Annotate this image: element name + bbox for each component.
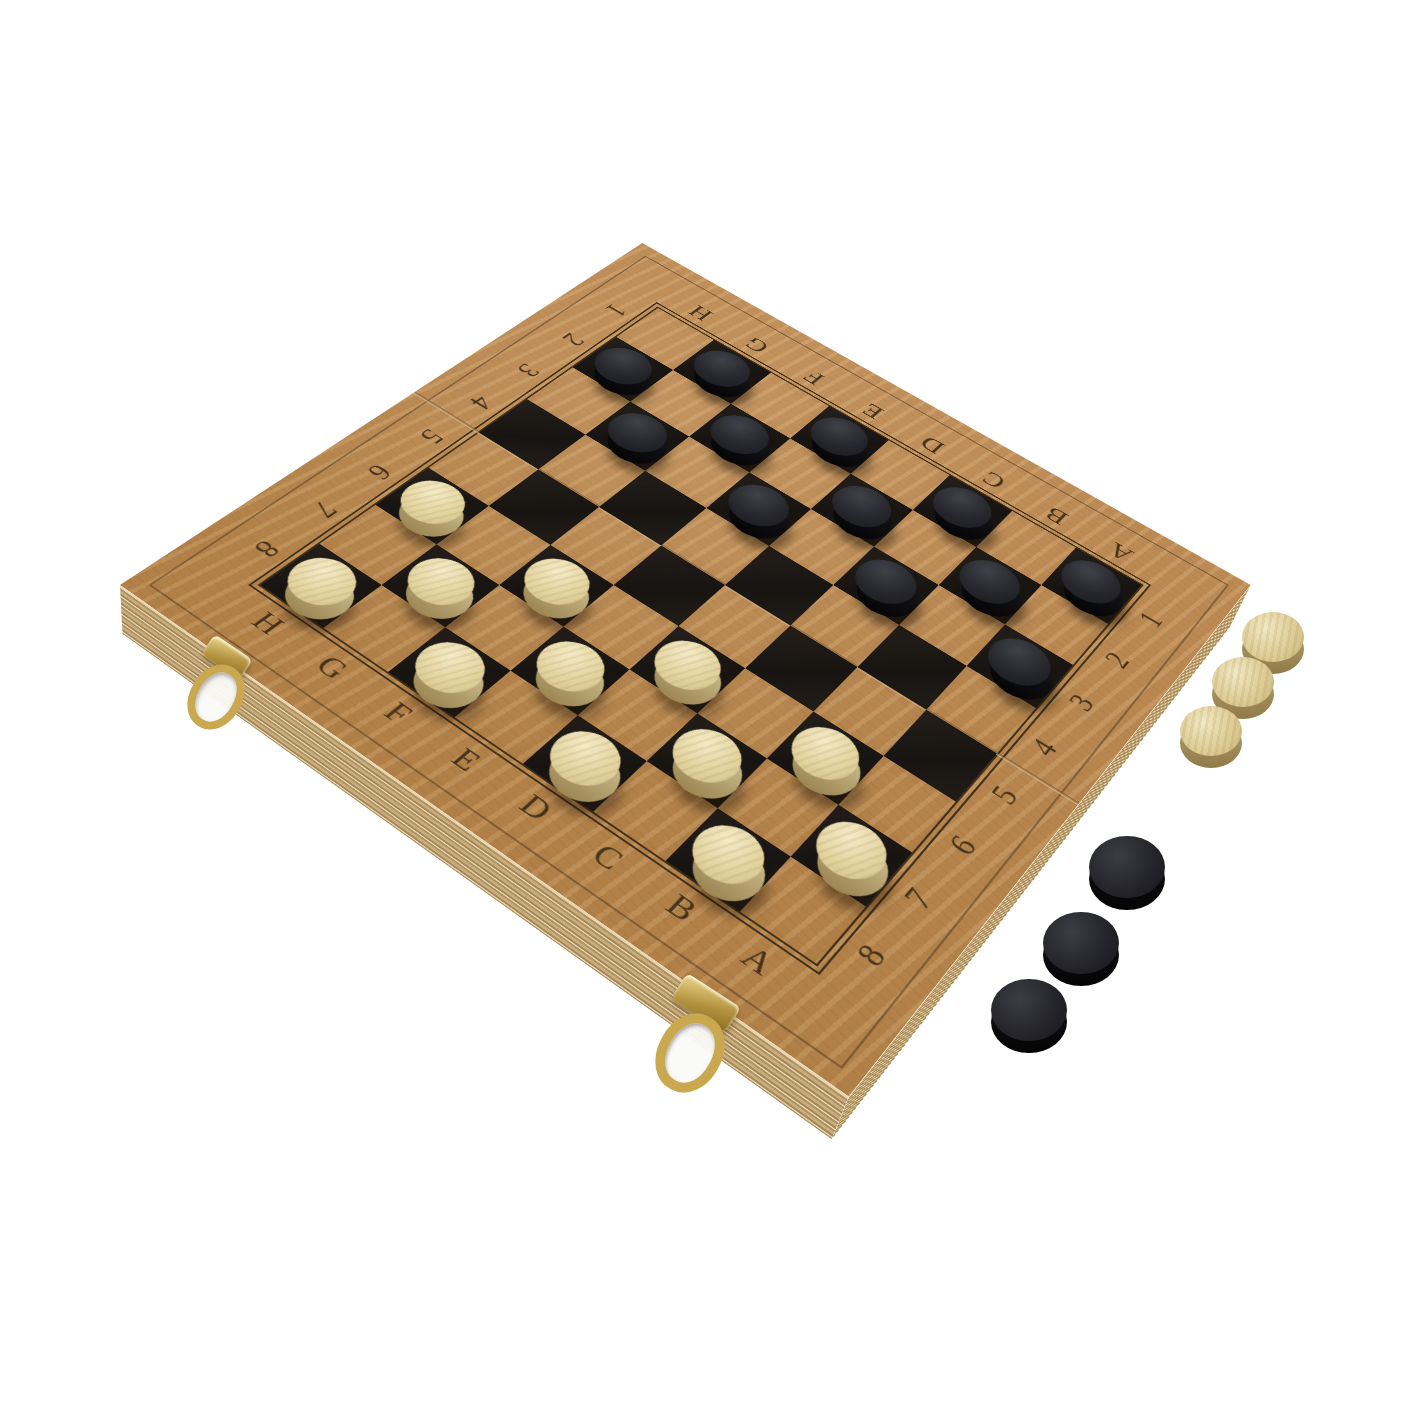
square-e6[interactable] xyxy=(564,585,679,669)
square-f6[interactable] xyxy=(499,545,613,627)
square-d5[interactable] xyxy=(679,585,791,668)
checker-light-c7[interactable] xyxy=(659,722,755,798)
rank-label-right-4: 4 xyxy=(1004,712,1084,783)
rank-label-right-8: 8 xyxy=(824,912,917,1000)
checker-light-e7[interactable] xyxy=(523,635,618,706)
rank-label-right-5-text: 5 xyxy=(986,780,1025,809)
square-a4[interactable] xyxy=(926,666,1036,754)
file-label-bottom-b-text: B xyxy=(660,889,703,927)
rank-label-right-3: 3 xyxy=(1043,669,1120,737)
rank-label-right-7: 7 xyxy=(873,857,962,941)
rank-label-left-1-text: 1 xyxy=(600,300,631,319)
checker-side xyxy=(510,562,602,628)
rank-label-left-8: 8 xyxy=(219,517,314,581)
file-label-bottom-c-text: C xyxy=(586,839,629,875)
checker-top xyxy=(678,814,778,896)
checker-top xyxy=(779,717,872,791)
square-f7[interactable] xyxy=(445,585,563,671)
spare-checker-dark-1[interactable] xyxy=(1089,841,1165,903)
rank-label-left-6-text: 6 xyxy=(362,460,397,483)
file-label-bottom-g-text: G xyxy=(310,651,354,683)
file-label-top-g-text: G xyxy=(741,334,774,356)
file-label-bottom-g: G xyxy=(282,632,382,703)
rank-label-right-5: 5 xyxy=(963,758,1046,833)
file-label-bottom-b: B xyxy=(629,866,735,950)
spare-top xyxy=(1180,706,1242,756)
file-label-bottom-a-text: A xyxy=(735,940,780,980)
rank-label-left-8-text: 8 xyxy=(248,536,285,561)
file-label-bottom-e: E xyxy=(415,722,517,798)
checker-light-d6[interactable] xyxy=(641,634,733,704)
checker-top xyxy=(803,810,900,891)
file-label-bottom-c: C xyxy=(555,817,660,898)
checker-top xyxy=(641,631,733,701)
checker-top xyxy=(394,549,488,615)
rank-label-right-8-text: 8 xyxy=(851,938,893,972)
file-label-bottom-a: A xyxy=(704,917,812,1004)
square-a8[interactable] xyxy=(740,857,866,964)
square-b8[interactable] xyxy=(666,808,791,911)
file-label-top-d-text: D xyxy=(917,433,950,457)
square-b7[interactable] xyxy=(718,758,839,856)
checker-top xyxy=(523,631,618,702)
checker-side xyxy=(522,645,618,717)
checker-top xyxy=(659,718,755,794)
file-label-top-c-text: C xyxy=(979,468,1010,492)
spare-top xyxy=(1212,657,1274,707)
file-label-top-e-text: E xyxy=(858,400,888,422)
rank-label-right-3-text: 3 xyxy=(1063,689,1099,715)
file-label-bottom-f-text: F xyxy=(378,698,418,728)
file-label-bottom-e-text: E xyxy=(445,743,486,776)
spare-checker-light-3[interactable] xyxy=(1180,711,1242,761)
spare-top xyxy=(991,979,1067,1041)
checker-side xyxy=(399,646,498,719)
rank-label-left-2-text: 2 xyxy=(557,329,589,349)
checker-top xyxy=(536,720,635,797)
square-g8[interactable] xyxy=(323,585,445,672)
file-label-bottom-d-text: D xyxy=(514,790,559,826)
checker-side xyxy=(271,562,368,630)
square-d6[interactable] xyxy=(630,626,746,713)
square-h8[interactable] xyxy=(260,544,381,628)
spare-top xyxy=(1242,612,1304,662)
square-b6[interactable] xyxy=(767,711,884,804)
square-f8[interactable] xyxy=(388,627,510,717)
checker-light-b6[interactable] xyxy=(779,720,872,795)
square-a7[interactable] xyxy=(791,805,912,907)
checker-light-b8[interactable] xyxy=(678,818,778,901)
square-h7[interactable] xyxy=(320,505,437,585)
checker-light-d8[interactable] xyxy=(535,725,634,802)
square-a5[interactable] xyxy=(884,710,997,802)
spare-checker-dark-2[interactable] xyxy=(1043,917,1119,979)
spare-checker-dark-3[interactable] xyxy=(991,984,1067,1046)
rank-label-left-4-text: 4 xyxy=(464,391,498,412)
checker-light-f6[interactable] xyxy=(511,553,603,618)
rank-label-right-6-text: 6 xyxy=(943,830,983,860)
square-c7[interactable] xyxy=(647,713,767,808)
checker-side xyxy=(779,731,873,806)
checker-side xyxy=(678,830,779,914)
checker-side xyxy=(804,826,902,908)
square-a6[interactable] xyxy=(839,756,956,853)
square-d7[interactable] xyxy=(578,669,698,761)
square-e8[interactable] xyxy=(455,671,578,764)
square-c5[interactable] xyxy=(745,626,857,712)
checker-top xyxy=(401,632,499,704)
checker-top xyxy=(511,549,602,614)
rank-label-left-3-text: 3 xyxy=(512,360,545,381)
rank-label-right-1-text: 1 xyxy=(1134,607,1169,631)
rank-label-right-2-text: 2 xyxy=(1099,647,1134,672)
checker-light-g7[interactable] xyxy=(393,552,487,618)
file-label-top-f-text: F xyxy=(800,367,829,387)
square-b5[interactable] xyxy=(813,667,926,756)
square-c6[interactable] xyxy=(697,668,813,758)
rank-label-right-6: 6 xyxy=(920,806,1006,885)
square-d8[interactable] xyxy=(523,715,647,811)
checker-light-h8[interactable] xyxy=(273,552,370,619)
spare-checker-light-2[interactable] xyxy=(1212,662,1274,712)
file-label-bottom-h-text: H xyxy=(246,608,290,639)
file-label-bottom-d: D xyxy=(484,769,588,848)
file-label-bottom-f: F xyxy=(348,677,449,751)
rank-label-left-5-text: 5 xyxy=(414,425,449,447)
rank-label-right-7-text: 7 xyxy=(898,882,939,914)
spare-top xyxy=(1043,912,1119,974)
rank-label-right-4-text: 4 xyxy=(1026,734,1063,762)
checker-side xyxy=(659,733,756,810)
checker-side xyxy=(535,736,635,814)
spare-top xyxy=(1089,836,1165,898)
square-g7[interactable] xyxy=(382,544,500,627)
checker-side xyxy=(641,645,734,716)
checker-top xyxy=(273,548,370,615)
checker-light-a7[interactable] xyxy=(803,815,900,896)
file-label-top-a-text: A xyxy=(1105,539,1138,565)
square-e7[interactable] xyxy=(511,627,630,716)
file-label-top-b-text: B xyxy=(1041,503,1072,527)
rank-label-left-7-text: 7 xyxy=(306,497,342,521)
square-c8[interactable] xyxy=(593,761,718,861)
checker-side xyxy=(392,562,487,629)
checker-light-f8[interactable] xyxy=(401,636,499,708)
file-label-top-h-text: H xyxy=(685,302,718,323)
